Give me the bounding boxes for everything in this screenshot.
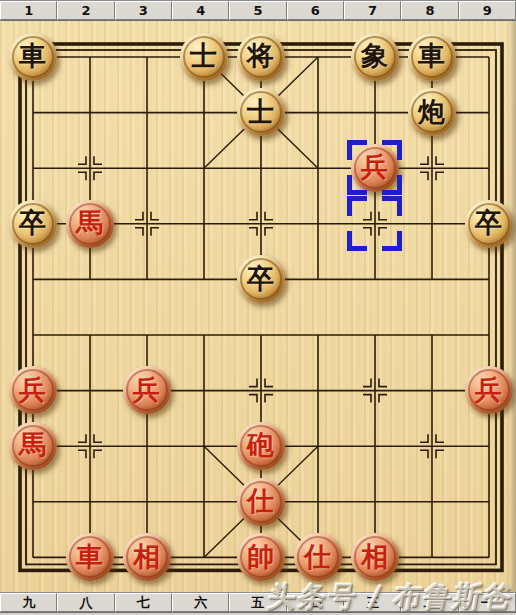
piece-black-cannon[interactable]: 炮 [408, 88, 456, 136]
piece-glyph: 炮 [418, 98, 445, 125]
piece-glyph: 卒 [475, 209, 502, 236]
file-label-top-3: 3 [115, 1, 172, 20]
piece-glyph: 象 [361, 42, 388, 69]
piece-glyph: 士 [190, 42, 217, 69]
piece-glyph: 相 [133, 543, 160, 570]
piece-glyph: 砲 [247, 431, 274, 458]
piece-black-advisor[interactable]: 士 [237, 88, 285, 136]
piece-red-advisor[interactable]: 仕 [294, 533, 342, 581]
file-label-bottom-2: 八 [57, 593, 114, 612]
board-right-edge-shadow [508, 21, 516, 592]
piece-black-general[interactable]: 将 [237, 33, 285, 81]
last-move-marker-selection-origin [347, 196, 402, 251]
pieces-grid: 車士将象車士炮兵卒馬卒卒兵兵兵馬砲仕車相帥仕相 [4, 29, 516, 585]
piece-red-soldier[interactable]: 兵 [123, 366, 171, 414]
piece-black-soldier[interactable]: 卒 [465, 200, 513, 248]
piece-glyph: 卒 [19, 209, 46, 236]
piece-glyph: 兵 [475, 376, 502, 403]
file-label-top-6: 6 [287, 1, 344, 20]
piece-glyph: 馬 [19, 431, 46, 458]
piece-red-cannon[interactable]: 砲 [237, 422, 285, 470]
piece-glyph: 車 [76, 543, 103, 570]
piece-glyph: 兵 [133, 376, 160, 403]
piece-glyph: 士 [247, 98, 274, 125]
file-label-top-7: 7 [344, 1, 401, 20]
xiangqi-app-window: 123456789 車士将象車士炮兵卒馬卒卒兵兵兵馬砲仕車相帥仕相 九八七六五四… [0, 0, 516, 615]
piece-glyph: 仕 [247, 487, 274, 514]
piece-black-chariot[interactable]: 車 [408, 33, 456, 81]
piece-black-elephant[interactable]: 象 [351, 33, 399, 81]
file-label-top-8: 8 [401, 1, 458, 20]
piece-glyph: 仕 [304, 543, 331, 570]
file-label-bottom-3: 七 [115, 593, 172, 612]
piece-glyph: 車 [418, 42, 445, 69]
piece-red-chariot[interactable]: 車 [66, 533, 114, 581]
file-label-top-4: 4 [172, 1, 229, 20]
piece-glyph: 馬 [76, 209, 103, 236]
piece-glyph: 相 [361, 543, 388, 570]
piece-red-soldier[interactable]: 兵 [465, 366, 513, 414]
piece-glyph: 兵 [361, 153, 388, 180]
watermark-text: 头条号 / 布鲁斯爸 [265, 578, 516, 615]
piece-black-soldier[interactable]: 卒 [9, 200, 57, 248]
piece-red-elephant[interactable]: 相 [351, 533, 399, 581]
piece-glyph: 卒 [247, 265, 274, 292]
file-label-top-1: 1 [0, 1, 57, 20]
piece-glyph: 車 [19, 42, 46, 69]
file-label-bottom-1: 九 [0, 593, 57, 612]
piece-red-elephant[interactable]: 相 [123, 533, 171, 581]
piece-black-chariot[interactable]: 車 [9, 33, 57, 81]
file-label-bottom-4: 六 [172, 593, 229, 612]
piece-red-horse[interactable]: 馬 [66, 200, 114, 248]
piece-red-soldier[interactable]: 兵 [9, 366, 57, 414]
piece-red-horse[interactable]: 馬 [9, 422, 57, 470]
piece-red-soldier[interactable]: 兵 [351, 144, 399, 192]
piece-glyph: 将 [247, 42, 274, 69]
file-label-top-5: 5 [229, 1, 286, 20]
file-label-top-2: 2 [57, 1, 114, 20]
piece-black-advisor[interactable]: 士 [180, 33, 228, 81]
piece-black-soldier[interactable]: 卒 [237, 255, 285, 303]
piece-glyph: 兵 [19, 376, 46, 403]
piece-glyph: 帥 [247, 543, 274, 570]
piece-red-advisor[interactable]: 仕 [237, 478, 285, 526]
file-coordinates-top: 123456789 [0, 0, 516, 21]
file-label-top-9: 9 [459, 1, 516, 20]
piece-red-general[interactable]: 帥 [237, 533, 285, 581]
